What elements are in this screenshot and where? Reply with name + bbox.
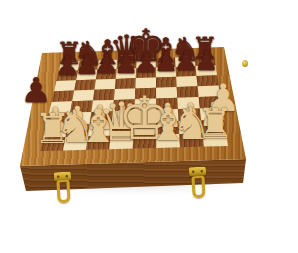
piece-white-rook-h1: ♜ bbox=[197, 104, 234, 145]
brass-latch-hook-front-right bbox=[191, 176, 205, 199]
piece-black-pawn-spare: ♟ bbox=[21, 73, 51, 107]
brass-latch-plate-front-right bbox=[189, 167, 206, 177]
piece-black-pawn-h7: ♟ bbox=[194, 48, 218, 75]
brass-hinge-knob bbox=[242, 60, 248, 67]
brass-latch-hook-front-left bbox=[56, 180, 70, 204]
chess-set-photo: ♜♞♝♛♚♝♞♜♟♟♟♟♟♟♟♟♟♟♟♟♟♟♟♟♜♞♝♛♚♝♞♜♟♟ bbox=[0, 0, 298, 253]
